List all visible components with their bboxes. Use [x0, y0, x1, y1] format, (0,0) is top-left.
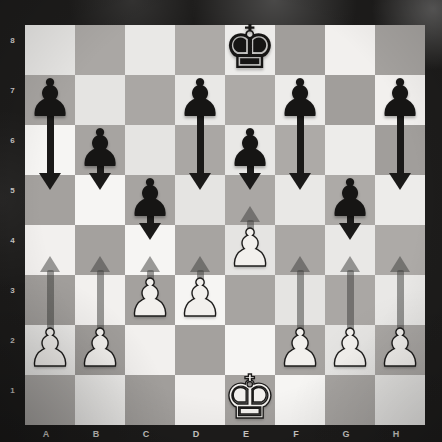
square-a2[interactable] [25, 325, 75, 375]
file-label-b: B [71, 425, 121, 442]
square-f6[interactable] [275, 125, 325, 175]
square-d6[interactable] [175, 125, 225, 175]
square-h1[interactable] [375, 375, 425, 425]
file-labels: ABCDEFGH [21, 425, 421, 442]
square-c7[interactable] [125, 75, 175, 125]
square-d3[interactable] [175, 275, 225, 325]
file-label-a: A [21, 425, 71, 442]
square-f5[interactable] [275, 175, 325, 225]
file-label-d: D [171, 425, 221, 442]
square-f1[interactable] [275, 375, 325, 425]
square-f2[interactable] [275, 325, 325, 375]
square-b8[interactable] [75, 25, 125, 75]
square-g8[interactable] [325, 25, 375, 75]
square-g7[interactable] [325, 75, 375, 125]
file-label-e: E [221, 425, 271, 442]
file-label-g: G [321, 425, 371, 442]
square-b3[interactable] [75, 275, 125, 325]
square-c8[interactable] [125, 25, 175, 75]
square-e3[interactable] [225, 275, 275, 325]
square-g2[interactable] [325, 325, 375, 375]
square-e6[interactable] [225, 125, 275, 175]
square-e5[interactable] [225, 175, 275, 225]
square-a5[interactable] [25, 175, 75, 225]
rank-label-5: 5 [0, 165, 25, 215]
square-c4[interactable] [125, 225, 175, 275]
square-d8[interactable] [175, 25, 225, 75]
square-h5[interactable] [375, 175, 425, 225]
square-c2[interactable] [125, 325, 175, 375]
board-grid [25, 25, 425, 425]
square-a6[interactable] [25, 125, 75, 175]
square-b2[interactable] [75, 325, 125, 375]
square-h7[interactable] [375, 75, 425, 125]
square-h2[interactable] [375, 325, 425, 375]
square-h3[interactable] [375, 275, 425, 325]
square-c5[interactable] [125, 175, 175, 225]
square-g3[interactable] [325, 275, 375, 325]
square-b4[interactable] [75, 225, 125, 275]
square-e4[interactable] [225, 225, 275, 275]
square-a7[interactable] [25, 75, 75, 125]
file-label-f: F [271, 425, 321, 442]
square-a1[interactable] [25, 375, 75, 425]
square-h4[interactable] [375, 225, 425, 275]
square-d1[interactable] [175, 375, 225, 425]
rank-label-1: 1 [0, 365, 25, 415]
square-f3[interactable] [275, 275, 325, 325]
board-frame: ♚♟♟♟♟♟♟♟♟♟♟♟♟♟♟♟♟♚ 87654321 ABCDEFGH [0, 0, 442, 442]
square-d7[interactable] [175, 75, 225, 125]
rank-label-4: 4 [0, 215, 25, 265]
square-e2[interactable] [225, 325, 275, 375]
square-f7[interactable] [275, 75, 325, 125]
square-c3[interactable] [125, 275, 175, 325]
square-c1[interactable] [125, 375, 175, 425]
square-f4[interactable] [275, 225, 325, 275]
square-a8[interactable] [25, 25, 75, 75]
square-a3[interactable] [25, 275, 75, 325]
square-c6[interactable] [125, 125, 175, 175]
square-e7[interactable] [225, 75, 275, 125]
square-g1[interactable] [325, 375, 375, 425]
square-d5[interactable] [175, 175, 225, 225]
square-e8[interactable] [225, 25, 275, 75]
square-b5[interactable] [75, 175, 125, 225]
square-d4[interactable] [175, 225, 225, 275]
square-h8[interactable] [375, 25, 425, 75]
chess-diagram-photo: ♚♟♟♟♟♟♟♟♟♟♟♟♟♟♟♟♟♚ 87654321 ABCDEFGH [0, 0, 442, 442]
rank-label-8: 8 [0, 15, 25, 65]
square-a4[interactable] [25, 225, 75, 275]
rank-label-7: 7 [0, 65, 25, 115]
square-h6[interactable] [375, 125, 425, 175]
square-f8[interactable] [275, 25, 325, 75]
square-b7[interactable] [75, 75, 125, 125]
square-d2[interactable] [175, 325, 225, 375]
rank-label-6: 6 [0, 115, 25, 165]
square-g6[interactable] [325, 125, 375, 175]
square-b1[interactable] [75, 375, 125, 425]
rank-label-2: 2 [0, 315, 25, 365]
rank-labels: 87654321 [0, 25, 25, 425]
square-g4[interactable] [325, 225, 375, 275]
file-label-h: H [371, 425, 421, 442]
rank-label-3: 3 [0, 265, 25, 315]
square-e1[interactable] [225, 375, 275, 425]
square-g5[interactable] [325, 175, 375, 225]
square-b6[interactable] [75, 125, 125, 175]
file-label-c: C [121, 425, 171, 442]
